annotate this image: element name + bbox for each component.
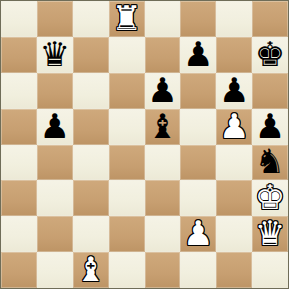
square-h8[interactable] (252, 1, 288, 37)
square-d3[interactable] (109, 180, 145, 216)
square-d6[interactable] (109, 73, 145, 109)
square-d1[interactable] (109, 252, 145, 288)
white-bishop-piece[interactable]: ♝ (75, 252, 105, 286)
square-c2[interactable] (73, 216, 109, 252)
black-pawn-piece[interactable]: ♟ (219, 73, 249, 107)
square-h2[interactable]: ♛ (252, 216, 288, 252)
square-h3[interactable]: ♚ (252, 180, 288, 216)
square-e3[interactable] (145, 180, 181, 216)
square-f3[interactable] (180, 180, 216, 216)
square-g5[interactable]: ♟ (216, 109, 252, 145)
square-d4[interactable] (109, 145, 145, 181)
square-g8[interactable] (216, 1, 252, 37)
square-c1[interactable]: ♝ (73, 252, 109, 288)
square-h1[interactable] (252, 252, 288, 288)
square-g2[interactable] (216, 216, 252, 252)
square-g6[interactable]: ♟ (216, 73, 252, 109)
square-c5[interactable] (73, 109, 109, 145)
square-a1[interactable] (1, 252, 37, 288)
square-e8[interactable] (145, 1, 181, 37)
square-c3[interactable] (73, 180, 109, 216)
square-c6[interactable] (73, 73, 109, 109)
square-d5[interactable] (109, 109, 145, 145)
square-b2[interactable] (37, 216, 73, 252)
square-g1[interactable] (216, 252, 252, 288)
square-f6[interactable] (180, 73, 216, 109)
square-f7[interactable]: ♟ (180, 37, 216, 73)
black-pawn-piece[interactable]: ♟ (147, 73, 177, 107)
square-d2[interactable] (109, 216, 145, 252)
square-e2[interactable] (145, 216, 181, 252)
white-king-piece[interactable]: ♚ (255, 180, 285, 214)
square-h5[interactable]: ♟ (252, 109, 288, 145)
black-pawn-piece[interactable]: ♟ (40, 109, 70, 143)
square-a6[interactable] (1, 73, 37, 109)
square-e7[interactable] (145, 37, 181, 73)
square-a8[interactable] (1, 1, 37, 37)
square-f5[interactable] (180, 109, 216, 145)
square-c7[interactable] (73, 37, 109, 73)
square-b3[interactable] (37, 180, 73, 216)
square-a2[interactable] (1, 216, 37, 252)
square-a4[interactable] (1, 145, 37, 181)
square-f1[interactable] (180, 252, 216, 288)
square-e5[interactable]: ♝ (145, 109, 181, 145)
square-a7[interactable] (1, 37, 37, 73)
black-knight-piece[interactable]: ♞ (255, 145, 285, 179)
white-rook-piece[interactable]: ♜ (111, 1, 141, 35)
white-pawn-piece[interactable]: ♟ (183, 216, 213, 250)
square-e1[interactable] (145, 252, 181, 288)
square-f8[interactable] (180, 1, 216, 37)
chess-board: ♜♛♟♚♟♟♟♝♟♟♞♚♟♛♝ (0, 0, 289, 289)
black-pawn-piece[interactable]: ♟ (255, 109, 285, 143)
square-g3[interactable] (216, 180, 252, 216)
square-b6[interactable] (37, 73, 73, 109)
square-c4[interactable] (73, 145, 109, 181)
square-b8[interactable] (37, 1, 73, 37)
white-queen-piece[interactable]: ♛ (255, 216, 285, 250)
square-h6[interactable] (252, 73, 288, 109)
square-b1[interactable] (37, 252, 73, 288)
white-pawn-piece[interactable]: ♟ (219, 109, 249, 143)
square-d8[interactable]: ♜ (109, 1, 145, 37)
square-a5[interactable] (1, 109, 37, 145)
black-king-piece[interactable]: ♚ (255, 37, 285, 71)
black-pawn-piece[interactable]: ♟ (183, 37, 213, 71)
square-h7[interactable]: ♚ (252, 37, 288, 73)
square-f2[interactable]: ♟ (180, 216, 216, 252)
square-d7[interactable] (109, 37, 145, 73)
square-c8[interactable] (73, 1, 109, 37)
square-e4[interactable] (145, 145, 181, 181)
square-g7[interactable] (216, 37, 252, 73)
square-g4[interactable] (216, 145, 252, 181)
square-b7[interactable]: ♛ (37, 37, 73, 73)
square-h4[interactable]: ♞ (252, 145, 288, 181)
square-f4[interactable] (180, 145, 216, 181)
black-queen-piece[interactable]: ♛ (40, 37, 70, 71)
square-a3[interactable] (1, 180, 37, 216)
square-e6[interactable]: ♟ (145, 73, 181, 109)
square-b4[interactable] (37, 145, 73, 181)
square-b5[interactable]: ♟ (37, 109, 73, 145)
black-bishop-piece[interactable]: ♝ (147, 109, 177, 143)
